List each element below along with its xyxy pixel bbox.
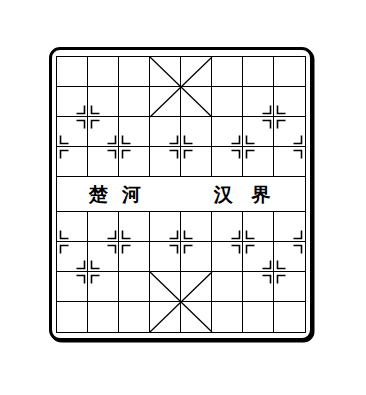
board-cell[interactable] [181, 147, 212, 177]
board-cell[interactable] [57, 177, 88, 212]
board-cell[interactable] [212, 272, 243, 302]
board-cell[interactable] [181, 302, 212, 332]
board-cell[interactable] [57, 117, 88, 147]
board-cell[interactable] [212, 147, 243, 177]
river-text-right: 汉 界 [213, 177, 277, 212]
board-cell[interactable] [212, 212, 243, 242]
board-cell[interactable] [243, 147, 274, 177]
board-cell[interactable] [274, 87, 305, 117]
board-cell[interactable] [181, 272, 212, 302]
board-cell[interactable] [57, 87, 88, 117]
board-cell[interactable] [181, 177, 212, 212]
board-cell[interactable] [274, 57, 305, 87]
board-cell[interactable] [88, 242, 119, 272]
board-cell[interactable] [181, 117, 212, 147]
board-cell[interactable] [57, 242, 88, 272]
board-cell[interactable] [212, 87, 243, 117]
board-cell[interactable] [274, 147, 305, 177]
board-cell[interactable] [274, 177, 305, 212]
board-cell[interactable] [119, 272, 150, 302]
board-cell[interactable] [150, 212, 181, 242]
board-cell[interactable] [150, 117, 181, 147]
board-cell[interactable] [119, 212, 150, 242]
board-cell[interactable] [212, 302, 243, 332]
board-cell[interactable] [150, 242, 181, 272]
board-cell[interactable] [57, 147, 88, 177]
board-cell[interactable] [119, 87, 150, 117]
board-cell[interactable] [243, 272, 274, 302]
board-cell[interactable] [57, 212, 88, 242]
board-cell[interactable] [212, 242, 243, 272]
board-cell[interactable] [212, 117, 243, 147]
board-cell[interactable] [243, 87, 274, 117]
board-cell[interactable] [119, 57, 150, 87]
board-cell[interactable] [150, 177, 181, 212]
board-cell[interactable] [243, 117, 274, 147]
board-cell[interactable] [150, 272, 181, 302]
board-cell[interactable] [274, 272, 305, 302]
board-cell[interactable] [243, 242, 274, 272]
board-cell[interactable] [150, 87, 181, 117]
board-cell[interactable] [57, 57, 88, 87]
board-cell[interactable] [57, 302, 88, 332]
board-cell[interactable] [243, 212, 274, 242]
board-cell[interactable] [274, 117, 305, 147]
board-cell[interactable] [274, 242, 305, 272]
board-cell[interactable] [274, 302, 305, 332]
board-cell[interactable] [119, 117, 150, 147]
board-cell[interactable] [150, 302, 181, 332]
board-cell[interactable] [88, 212, 119, 242]
board-cell[interactable] [88, 87, 119, 117]
board-cell[interactable] [150, 147, 181, 177]
board-grid: 楚 河 汉 界 [56, 56, 306, 333]
board-cell[interactable] [57, 272, 88, 302]
board-cell[interactable] [181, 87, 212, 117]
board-cell[interactable] [88, 57, 119, 87]
board-cell[interactable] [88, 302, 119, 332]
board-cell[interactable] [212, 57, 243, 87]
xiangqi-board-frame: 楚 河 汉 界 [49, 47, 313, 341]
board-cell[interactable] [119, 147, 150, 177]
board-cell[interactable] [243, 57, 274, 87]
board-cell[interactable] [119, 302, 150, 332]
board-cell[interactable] [88, 147, 119, 177]
board-cell[interactable] [181, 57, 212, 87]
board-cell[interactable] [88, 272, 119, 302]
board-cell[interactable] [181, 212, 212, 242]
board-cell[interactable] [119, 242, 150, 272]
board-cell[interactable] [274, 212, 305, 242]
board-cell[interactable] [243, 302, 274, 332]
board-cell[interactable] [181, 242, 212, 272]
board-cell[interactable] [88, 117, 119, 147]
river-text-left: 楚 河 [87, 177, 147, 212]
board-cell[interactable] [150, 57, 181, 87]
